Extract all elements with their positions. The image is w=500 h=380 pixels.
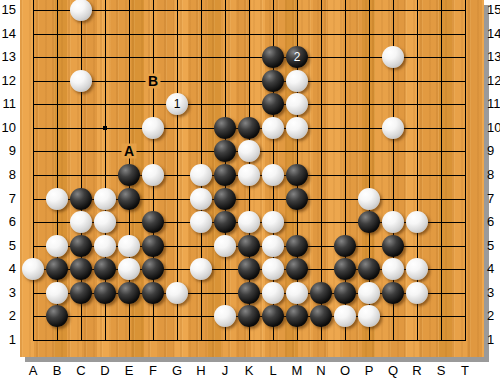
intersection-E2[interactable] bbox=[117, 305, 141, 329]
intersection-M9[interactable] bbox=[285, 140, 309, 164]
intersection-K11[interactable] bbox=[237, 92, 261, 116]
intersection-A10[interactable] bbox=[21, 116, 45, 140]
intersection-J13[interactable] bbox=[213, 45, 237, 69]
intersection-R1[interactable] bbox=[405, 328, 429, 352]
intersection-T9[interactable] bbox=[453, 140, 477, 164]
intersection-P9[interactable] bbox=[357, 140, 381, 164]
intersection-M15[interactable] bbox=[285, 0, 309, 22]
intersection-F6[interactable] bbox=[141, 210, 165, 234]
intersection-K6[interactable] bbox=[237, 210, 261, 234]
intersection-A14[interactable] bbox=[21, 22, 45, 46]
intersection-C12[interactable] bbox=[69, 69, 93, 93]
intersection-N3[interactable] bbox=[309, 281, 333, 305]
intersection-P6[interactable] bbox=[357, 210, 381, 234]
intersection-P8[interactable] bbox=[357, 163, 381, 187]
intersection-J11[interactable] bbox=[213, 92, 237, 116]
intersection-B12[interactable] bbox=[45, 69, 69, 93]
stone-white-C6 bbox=[70, 211, 92, 233]
intersection-L9[interactable] bbox=[261, 140, 285, 164]
intersection-S12[interactable] bbox=[429, 69, 453, 93]
intersection-B14[interactable] bbox=[45, 22, 69, 46]
stone-white-F8 bbox=[142, 164, 164, 186]
intersection-D1[interactable] bbox=[93, 328, 117, 352]
intersection-K12[interactable] bbox=[237, 69, 261, 93]
intersection-A12[interactable] bbox=[21, 69, 45, 93]
intersection-R8[interactable] bbox=[405, 163, 429, 187]
intersection-J7[interactable] bbox=[213, 187, 237, 211]
intersection-L5[interactable] bbox=[261, 234, 285, 258]
intersection-P13[interactable] bbox=[357, 45, 381, 69]
intersection-T6[interactable] bbox=[453, 210, 477, 234]
intersection-N10[interactable] bbox=[309, 116, 333, 140]
intersection-L15[interactable] bbox=[261, 0, 285, 22]
intersection-F2[interactable] bbox=[141, 305, 165, 329]
intersection-S5[interactable] bbox=[429, 234, 453, 258]
intersection-M6[interactable] bbox=[285, 210, 309, 234]
intersection-T2[interactable] bbox=[453, 305, 477, 329]
intersection-G1[interactable] bbox=[165, 328, 189, 352]
intersection-B13[interactable] bbox=[45, 45, 69, 69]
intersection-R6[interactable] bbox=[405, 210, 429, 234]
intersection-C4[interactable] bbox=[69, 257, 93, 281]
intersection-P7[interactable] bbox=[357, 187, 381, 211]
intersection-R12[interactable] bbox=[405, 69, 429, 93]
intersection-Q10[interactable] bbox=[381, 116, 405, 140]
intersection-Q13[interactable] bbox=[381, 45, 405, 69]
intersection-J2[interactable] bbox=[213, 305, 237, 329]
intersection-R7[interactable] bbox=[405, 187, 429, 211]
intersection-L8[interactable] bbox=[261, 163, 285, 187]
intersection-F12[interactable]: B bbox=[141, 69, 165, 93]
intersection-B7[interactable] bbox=[45, 187, 69, 211]
intersection-E15[interactable] bbox=[117, 0, 141, 22]
intersection-F4[interactable] bbox=[141, 257, 165, 281]
intersection-B10[interactable] bbox=[45, 116, 69, 140]
intersection-J9[interactable] bbox=[213, 140, 237, 164]
intersection-H14[interactable] bbox=[189, 22, 213, 46]
intersection-T4[interactable] bbox=[453, 257, 477, 281]
intersection-Q5[interactable] bbox=[381, 234, 405, 258]
intersection-G5[interactable] bbox=[165, 234, 189, 258]
intersection-N14[interactable] bbox=[309, 22, 333, 46]
intersection-Q14[interactable] bbox=[381, 22, 405, 46]
intersection-H13[interactable] bbox=[189, 45, 213, 69]
intersection-N12[interactable] bbox=[309, 69, 333, 93]
intersection-R11[interactable] bbox=[405, 92, 429, 116]
intersection-S15[interactable] bbox=[429, 0, 453, 22]
intersection-M14[interactable] bbox=[285, 22, 309, 46]
intersection-R14[interactable] bbox=[405, 22, 429, 46]
intersection-D9[interactable] bbox=[93, 140, 117, 164]
intersection-H10[interactable] bbox=[189, 116, 213, 140]
intersection-N2[interactable] bbox=[309, 305, 333, 329]
intersection-L12[interactable] bbox=[261, 69, 285, 93]
intersection-N7[interactable] bbox=[309, 187, 333, 211]
intersection-R3[interactable] bbox=[405, 281, 429, 305]
intersection-H4[interactable] bbox=[189, 257, 213, 281]
intersection-Q12[interactable] bbox=[381, 69, 405, 93]
stone-white-Q6 bbox=[382, 211, 404, 233]
intersection-D4[interactable] bbox=[93, 257, 117, 281]
intersection-M10[interactable] bbox=[285, 116, 309, 140]
intersection-G7[interactable] bbox=[165, 187, 189, 211]
intersection-C9[interactable] bbox=[69, 140, 93, 164]
intersection-C7[interactable] bbox=[69, 187, 93, 211]
intersection-C14[interactable] bbox=[69, 22, 93, 46]
intersection-J6[interactable] bbox=[213, 210, 237, 234]
intersection-B6[interactable] bbox=[45, 210, 69, 234]
intersection-G6[interactable] bbox=[165, 210, 189, 234]
stone-white-M12 bbox=[286, 70, 308, 92]
intersection-D14[interactable] bbox=[93, 22, 117, 46]
intersection-K1[interactable] bbox=[237, 328, 261, 352]
intersection-Q15[interactable] bbox=[381, 0, 405, 22]
intersection-T8[interactable] bbox=[453, 163, 477, 187]
intersection-T10[interactable] bbox=[453, 116, 477, 140]
intersection-J12[interactable] bbox=[213, 69, 237, 93]
intersection-S14[interactable] bbox=[429, 22, 453, 46]
intersection-J8[interactable] bbox=[213, 163, 237, 187]
intersection-E11[interactable] bbox=[117, 92, 141, 116]
intersection-B15[interactable] bbox=[45, 0, 69, 22]
intersection-S10[interactable] bbox=[429, 116, 453, 140]
intersection-R4[interactable] bbox=[405, 257, 429, 281]
intersection-K2[interactable] bbox=[237, 305, 261, 329]
intersection-O2[interactable] bbox=[333, 305, 357, 329]
intersection-P12[interactable] bbox=[357, 69, 381, 93]
intersection-J3[interactable] bbox=[213, 281, 237, 305]
intersection-C13[interactable] bbox=[69, 45, 93, 69]
intersection-S11[interactable] bbox=[429, 92, 453, 116]
stone-white-P2 bbox=[358, 305, 380, 327]
intersection-N4[interactable] bbox=[309, 257, 333, 281]
intersection-R15[interactable] bbox=[405, 0, 429, 22]
intersection-F14[interactable] bbox=[141, 22, 165, 46]
intersection-G12[interactable] bbox=[165, 69, 189, 93]
intersection-D15[interactable] bbox=[93, 0, 117, 22]
intersection-R13[interactable] bbox=[405, 45, 429, 69]
intersection-J4[interactable] bbox=[213, 257, 237, 281]
intersection-L6[interactable] bbox=[261, 210, 285, 234]
intersection-R10[interactable] bbox=[405, 116, 429, 140]
intersection-N1[interactable] bbox=[309, 328, 333, 352]
intersection-A7[interactable] bbox=[21, 187, 45, 211]
stone-white-H4 bbox=[190, 258, 212, 280]
intersection-K14[interactable] bbox=[237, 22, 261, 46]
intersection-S8[interactable] bbox=[429, 163, 453, 187]
intersection-N5[interactable] bbox=[309, 234, 333, 258]
intersection-S13[interactable] bbox=[429, 45, 453, 69]
intersection-L1[interactable] bbox=[261, 328, 285, 352]
intersection-K9[interactable] bbox=[237, 140, 261, 164]
intersection-N9[interactable] bbox=[309, 140, 333, 164]
intersection-B2[interactable] bbox=[45, 305, 69, 329]
intersection-A15[interactable] bbox=[21, 0, 45, 22]
intersection-P4[interactable] bbox=[357, 257, 381, 281]
intersection-D11[interactable] bbox=[93, 92, 117, 116]
intersection-F13[interactable] bbox=[141, 45, 165, 69]
row-label-left-4: 4 bbox=[0, 260, 16, 278]
intersection-F10[interactable] bbox=[141, 116, 165, 140]
intersection-T3[interactable] bbox=[453, 281, 477, 305]
intersection-M8[interactable] bbox=[285, 163, 309, 187]
intersection-S6[interactable] bbox=[429, 210, 453, 234]
intersection-A6[interactable] bbox=[21, 210, 45, 234]
intersection-K8[interactable] bbox=[237, 163, 261, 187]
intersection-T14[interactable] bbox=[453, 22, 477, 46]
intersection-C6[interactable] bbox=[69, 210, 93, 234]
intersection-F5[interactable] bbox=[141, 234, 165, 258]
intersection-L7[interactable] bbox=[261, 187, 285, 211]
intersection-H6[interactable] bbox=[189, 210, 213, 234]
intersection-A13[interactable] bbox=[21, 45, 45, 69]
intersection-M5[interactable] bbox=[285, 234, 309, 258]
intersection-M13[interactable]: 2 bbox=[285, 45, 309, 69]
intersection-G3[interactable] bbox=[165, 281, 189, 305]
intersection-Q1[interactable] bbox=[381, 328, 405, 352]
intersection-O7[interactable] bbox=[333, 187, 357, 211]
intersection-P10[interactable] bbox=[357, 116, 381, 140]
intersection-A1[interactable] bbox=[21, 328, 45, 352]
intersection-O14[interactable] bbox=[333, 22, 357, 46]
intersection-S7[interactable] bbox=[429, 187, 453, 211]
intersection-P5[interactable] bbox=[357, 234, 381, 258]
intersection-Q11[interactable] bbox=[381, 92, 405, 116]
intersection-F8[interactable] bbox=[141, 163, 165, 187]
intersection-K10[interactable] bbox=[237, 116, 261, 140]
intersection-N15[interactable] bbox=[309, 0, 333, 22]
intersection-C3[interactable] bbox=[69, 281, 93, 305]
intersection-E4[interactable] bbox=[117, 257, 141, 281]
intersection-H12[interactable] bbox=[189, 69, 213, 93]
intersection-F3[interactable] bbox=[141, 281, 165, 305]
intersection-M12[interactable] bbox=[285, 69, 309, 93]
intersection-E6[interactable] bbox=[117, 210, 141, 234]
intersection-R9[interactable] bbox=[405, 140, 429, 164]
intersection-E14[interactable] bbox=[117, 22, 141, 46]
intersection-L2[interactable] bbox=[261, 305, 285, 329]
intersection-R2[interactable] bbox=[405, 305, 429, 329]
intersection-O6[interactable] bbox=[333, 210, 357, 234]
intersection-L10[interactable] bbox=[261, 116, 285, 140]
intersection-B4[interactable] bbox=[45, 257, 69, 281]
intersection-T7[interactable] bbox=[453, 187, 477, 211]
intersection-B11[interactable] bbox=[45, 92, 69, 116]
stone-white-F10 bbox=[142, 117, 164, 139]
intersection-A5[interactable] bbox=[21, 234, 45, 258]
intersection-T5[interactable] bbox=[453, 234, 477, 258]
intersection-A8[interactable] bbox=[21, 163, 45, 187]
intersection-F7[interactable] bbox=[141, 187, 165, 211]
intersection-O9[interactable] bbox=[333, 140, 357, 164]
intersection-L4[interactable] bbox=[261, 257, 285, 281]
intersection-D8[interactable] bbox=[93, 163, 117, 187]
intersection-K7[interactable] bbox=[237, 187, 261, 211]
intersection-O8[interactable] bbox=[333, 163, 357, 187]
intersection-G2[interactable] bbox=[165, 305, 189, 329]
intersection-S3[interactable] bbox=[429, 281, 453, 305]
intersection-G11[interactable]: 1 bbox=[165, 92, 189, 116]
intersection-S2[interactable] bbox=[429, 305, 453, 329]
intersection-E7[interactable] bbox=[117, 187, 141, 211]
intersection-E12[interactable] bbox=[117, 69, 141, 93]
intersection-J10[interactable] bbox=[213, 116, 237, 140]
intersection-K15[interactable] bbox=[237, 0, 261, 22]
intersection-N11[interactable] bbox=[309, 92, 333, 116]
intersection-Q8[interactable] bbox=[381, 163, 405, 187]
intersection-E1[interactable] bbox=[117, 328, 141, 352]
intersection-S9[interactable] bbox=[429, 140, 453, 164]
intersection-C1[interactable] bbox=[69, 328, 93, 352]
intersection-P3[interactable] bbox=[357, 281, 381, 305]
intersection-E8[interactable] bbox=[117, 163, 141, 187]
intersection-G4[interactable] bbox=[165, 257, 189, 281]
intersection-P1[interactable] bbox=[357, 328, 381, 352]
intersection-S1[interactable] bbox=[429, 328, 453, 352]
intersection-F9[interactable] bbox=[141, 140, 165, 164]
intersection-E10[interactable] bbox=[117, 116, 141, 140]
intersection-T12[interactable] bbox=[453, 69, 477, 93]
intersection-A3[interactable] bbox=[21, 281, 45, 305]
intersection-Q7[interactable] bbox=[381, 187, 405, 211]
col-label-F: F bbox=[141, 362, 165, 380]
intersection-J14[interactable] bbox=[213, 22, 237, 46]
intersection-D2[interactable] bbox=[93, 305, 117, 329]
intersection-F11[interactable] bbox=[141, 92, 165, 116]
intersection-D6[interactable] bbox=[93, 210, 117, 234]
intersection-A2[interactable] bbox=[21, 305, 45, 329]
intersection-L11[interactable] bbox=[261, 92, 285, 116]
intersection-T15[interactable] bbox=[453, 0, 477, 22]
intersection-M11[interactable] bbox=[285, 92, 309, 116]
intersection-O4[interactable] bbox=[333, 257, 357, 281]
intersection-J1[interactable] bbox=[213, 328, 237, 352]
intersection-O11[interactable] bbox=[333, 92, 357, 116]
intersection-L13[interactable] bbox=[261, 45, 285, 69]
intersection-H8[interactable] bbox=[189, 163, 213, 187]
intersection-G9[interactable] bbox=[165, 140, 189, 164]
stone-white-Q13 bbox=[382, 46, 404, 68]
intersection-L14[interactable] bbox=[261, 22, 285, 46]
intersection-M2[interactable] bbox=[285, 305, 309, 329]
intersection-P11[interactable] bbox=[357, 92, 381, 116]
intersection-H1[interactable] bbox=[189, 328, 213, 352]
intersection-O15[interactable] bbox=[333, 0, 357, 22]
intersection-D7[interactable] bbox=[93, 187, 117, 211]
intersection-D5[interactable] bbox=[93, 234, 117, 258]
intersection-M4[interactable] bbox=[285, 257, 309, 281]
intersection-D12[interactable] bbox=[93, 69, 117, 93]
intersection-B9[interactable] bbox=[45, 140, 69, 164]
intersection-G10[interactable] bbox=[165, 116, 189, 140]
intersection-H7[interactable] bbox=[189, 187, 213, 211]
intersection-D13[interactable] bbox=[93, 45, 117, 69]
intersection-M3[interactable] bbox=[285, 281, 309, 305]
intersection-N8[interactable] bbox=[309, 163, 333, 187]
intersection-D3[interactable] bbox=[93, 281, 117, 305]
intersection-O5[interactable] bbox=[333, 234, 357, 258]
intersection-H5[interactable] bbox=[189, 234, 213, 258]
intersection-N13[interactable] bbox=[309, 45, 333, 69]
intersection-B3[interactable] bbox=[45, 281, 69, 305]
intersection-C2[interactable] bbox=[69, 305, 93, 329]
intersection-K13[interactable] bbox=[237, 45, 261, 69]
intersection-H2[interactable] bbox=[189, 305, 213, 329]
intersection-A11[interactable] bbox=[21, 92, 45, 116]
intersection-H15[interactable] bbox=[189, 0, 213, 22]
letter-marker-B-F12: B bbox=[146, 73, 161, 88]
intersection-O1[interactable] bbox=[333, 328, 357, 352]
intersection-B5[interactable] bbox=[45, 234, 69, 258]
intersection-Q3[interactable] bbox=[381, 281, 405, 305]
intersection-C5[interactable] bbox=[69, 234, 93, 258]
row-label-left-11: 11 bbox=[0, 95, 16, 113]
intersection-H3[interactable] bbox=[189, 281, 213, 305]
intersection-C8[interactable] bbox=[69, 163, 93, 187]
intersection-D10[interactable] bbox=[93, 116, 117, 140]
intersection-G13[interactable] bbox=[165, 45, 189, 69]
intersection-J5[interactable] bbox=[213, 234, 237, 258]
intersection-L3[interactable] bbox=[261, 281, 285, 305]
intersection-P2[interactable] bbox=[357, 305, 381, 329]
intersection-K3[interactable] bbox=[237, 281, 261, 305]
intersection-E5[interactable] bbox=[117, 234, 141, 258]
intersection-M7[interactable] bbox=[285, 187, 309, 211]
intersection-B8[interactable] bbox=[45, 163, 69, 187]
intersection-H11[interactable] bbox=[189, 92, 213, 116]
intersection-H9[interactable] bbox=[189, 140, 213, 164]
intersection-T1[interactable] bbox=[453, 328, 477, 352]
intersection-T11[interactable] bbox=[453, 92, 477, 116]
intersection-F15[interactable] bbox=[141, 0, 165, 22]
intersection-A4[interactable] bbox=[21, 257, 45, 281]
intersection-F1[interactable] bbox=[141, 328, 165, 352]
intersection-P15[interactable] bbox=[357, 0, 381, 22]
intersection-K4[interactable] bbox=[237, 257, 261, 281]
intersection-E13[interactable] bbox=[117, 45, 141, 69]
intersection-C15[interactable] bbox=[69, 0, 93, 22]
intersection-G15[interactable] bbox=[165, 0, 189, 22]
intersection-S4[interactable] bbox=[429, 257, 453, 281]
intersection-K5[interactable] bbox=[237, 234, 261, 258]
intersection-B1[interactable] bbox=[45, 328, 69, 352]
intersection-G8[interactable] bbox=[165, 163, 189, 187]
row-label-right-11: 11 bbox=[487, 95, 500, 113]
stone-white-M3 bbox=[286, 282, 308, 304]
intersection-G14[interactable] bbox=[165, 22, 189, 46]
intersection-M1[interactable] bbox=[285, 328, 309, 352]
intersection-Q9[interactable] bbox=[381, 140, 405, 164]
intersection-O3[interactable] bbox=[333, 281, 357, 305]
intersection-O13[interactable] bbox=[333, 45, 357, 69]
intersection-P14[interactable] bbox=[357, 22, 381, 46]
intersection-C11[interactable] bbox=[69, 92, 93, 116]
intersection-E3[interactable] bbox=[117, 281, 141, 305]
intersection-O12[interactable] bbox=[333, 69, 357, 93]
intersection-Q2[interactable] bbox=[381, 305, 405, 329]
intersection-E9[interactable]: A bbox=[117, 140, 141, 164]
intersection-Q4[interactable] bbox=[381, 257, 405, 281]
intersection-Q6[interactable] bbox=[381, 210, 405, 234]
intersection-R5[interactable] bbox=[405, 234, 429, 258]
intersection-A9[interactable] bbox=[21, 140, 45, 164]
intersection-N6[interactable] bbox=[309, 210, 333, 234]
intersection-J15[interactable] bbox=[213, 0, 237, 22]
intersection-O10[interactable] bbox=[333, 116, 357, 140]
intersection-C10[interactable] bbox=[69, 116, 93, 140]
intersection-T13[interactable] bbox=[453, 45, 477, 69]
stone-white-L5 bbox=[262, 235, 284, 257]
